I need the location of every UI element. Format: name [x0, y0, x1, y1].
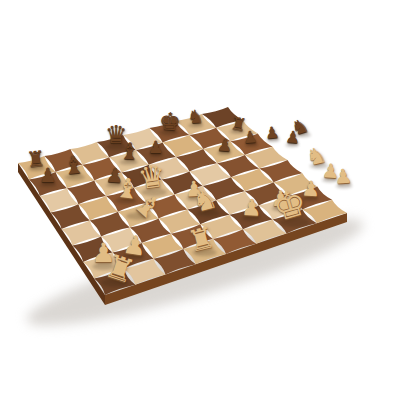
captured-black-pawn-1[interactable]: ♟ — [285, 129, 301, 147]
black-pawn-a7[interactable]: ♟ — [39, 166, 57, 186]
black-bishop-b7[interactable]: ♝ — [61, 153, 86, 180]
chess-set-photo: ♜♟♝♟♛♝♟♚♞♟♜♟♟♜♟♝♝♛♜♟♞♟♟♚♟♟♟♞♞♟♟ — [0, 0, 400, 400]
black-king-f8[interactable]: ♚ — [158, 109, 181, 135]
black-pawn-h6[interactable]: ♟ — [243, 129, 259, 147]
black-pawn-g6[interactable]: ♟ — [216, 136, 233, 154]
black-knight-g8[interactable]: ♞ — [187, 108, 204, 127]
black-pawn-e7[interactable]: ♟ — [148, 138, 163, 155]
black-bishop-d7[interactable]: ♝ — [119, 140, 141, 164]
captured-black-pawn-0[interactable]: ♟ — [264, 124, 280, 141]
white-pawn-f2[interactable]: ♟ — [241, 196, 263, 220]
captured-white-pawn-2[interactable]: ♟ — [334, 167, 353, 188]
